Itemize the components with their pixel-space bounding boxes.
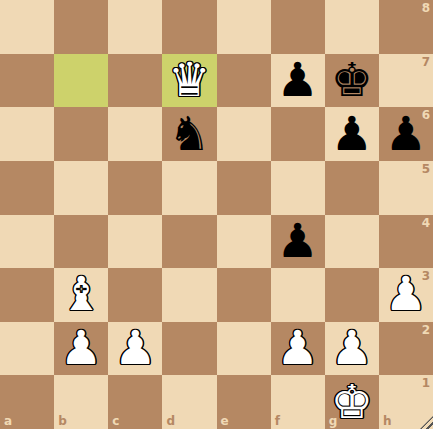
square-d4[interactable] xyxy=(162,215,216,269)
square-e4[interactable] xyxy=(217,215,271,269)
square-g5[interactable] xyxy=(325,161,379,215)
square-f8[interactable] xyxy=(271,0,325,54)
square-f7[interactable]: ♟ xyxy=(271,54,325,108)
square-f3[interactable] xyxy=(271,268,325,322)
square-a3[interactable] xyxy=(0,268,54,322)
square-e2[interactable] xyxy=(217,322,271,376)
square-e1[interactable]: e xyxy=(217,375,271,429)
square-g2[interactable]: ♟ xyxy=(325,322,379,376)
square-f4[interactable]: ♟ xyxy=(271,215,325,269)
square-e8[interactable] xyxy=(217,0,271,54)
square-e5[interactable] xyxy=(217,161,271,215)
piece-white-king[interactable]: ♚ xyxy=(331,378,373,425)
file-label-d: d xyxy=(166,415,175,427)
rank-label-8: 8 xyxy=(422,2,430,14)
square-d6[interactable]: ♞ xyxy=(162,107,216,161)
piece-black-pawn[interactable]: ♟ xyxy=(331,110,373,157)
piece-black-king[interactable]: ♚ xyxy=(331,56,373,103)
square-d2[interactable] xyxy=(162,322,216,376)
square-a4[interactable] xyxy=(0,215,54,269)
square-f6[interactable] xyxy=(271,107,325,161)
square-g4[interactable] xyxy=(325,215,379,269)
square-g1[interactable]: ♚g xyxy=(325,375,379,429)
square-h7[interactable]: 7 xyxy=(379,54,433,108)
rank-label-5: 5 xyxy=(422,163,430,175)
square-b1[interactable]: b xyxy=(54,375,108,429)
square-a8[interactable] xyxy=(0,0,54,54)
square-b8[interactable] xyxy=(54,0,108,54)
square-h8[interactable]: 8 xyxy=(379,0,433,54)
file-label-h: h xyxy=(383,415,392,427)
square-e6[interactable] xyxy=(217,107,271,161)
square-c8[interactable] xyxy=(108,0,162,54)
file-label-e: e xyxy=(221,415,229,427)
square-c1[interactable]: c xyxy=(108,375,162,429)
square-g8[interactable] xyxy=(325,0,379,54)
file-label-f: f xyxy=(275,415,280,427)
square-b3[interactable]: ♝ xyxy=(54,268,108,322)
square-c7[interactable] xyxy=(108,54,162,108)
square-c4[interactable] xyxy=(108,215,162,269)
square-b6[interactable] xyxy=(54,107,108,161)
square-g3[interactable] xyxy=(325,268,379,322)
square-h3[interactable]: ♟3 xyxy=(379,268,433,322)
rank-label-2: 2 xyxy=(422,324,430,336)
file-label-c: c xyxy=(112,415,119,427)
square-a2[interactable] xyxy=(0,322,54,376)
square-a6[interactable] xyxy=(0,107,54,161)
square-h1[interactable]: 1h xyxy=(379,375,433,429)
square-h2[interactable]: 2 xyxy=(379,322,433,376)
square-a5[interactable] xyxy=(0,161,54,215)
square-g6[interactable]: ♟ xyxy=(325,107,379,161)
square-c3[interactable] xyxy=(108,268,162,322)
square-c2[interactable]: ♟ xyxy=(108,322,162,376)
square-b2[interactable]: ♟ xyxy=(54,322,108,376)
piece-white-pawn[interactable]: ♟ xyxy=(385,270,427,317)
square-d8[interactable] xyxy=(162,0,216,54)
square-h5[interactable]: 5 xyxy=(379,161,433,215)
square-d1[interactable]: d xyxy=(162,375,216,429)
square-e7[interactable] xyxy=(217,54,271,108)
square-f5[interactable] xyxy=(271,161,325,215)
square-b7[interactable] xyxy=(54,54,108,108)
square-h6[interactable]: ♟6 xyxy=(379,107,433,161)
piece-black-pawn[interactable]: ♟ xyxy=(277,56,319,103)
square-d3[interactable] xyxy=(162,268,216,322)
square-h4[interactable]: 4 xyxy=(379,215,433,269)
file-label-a: a xyxy=(4,415,12,427)
square-f2[interactable]: ♟ xyxy=(271,322,325,376)
piece-white-pawn[interactable]: ♟ xyxy=(114,324,156,371)
square-e3[interactable] xyxy=(217,268,271,322)
square-a7[interactable] xyxy=(0,54,54,108)
rank-label-4: 4 xyxy=(422,217,430,229)
chess-board: 8♛♟♚7♞♟♟65♟4♝♟3♟♟♟♟2abcdef♚g1h xyxy=(0,0,433,429)
square-d7[interactable]: ♛ xyxy=(162,54,216,108)
piece-white-pawn[interactable]: ♟ xyxy=(277,324,319,371)
piece-white-queen[interactable]: ♛ xyxy=(168,56,210,103)
piece-black-pawn[interactable]: ♟ xyxy=(385,110,427,157)
piece-white-pawn[interactable]: ♟ xyxy=(331,324,373,371)
file-label-b: b xyxy=(58,415,67,427)
square-b5[interactable] xyxy=(54,161,108,215)
square-b4[interactable] xyxy=(54,215,108,269)
piece-black-pawn[interactable]: ♟ xyxy=(277,217,319,264)
square-a1[interactable]: a xyxy=(0,375,54,429)
square-g7[interactable]: ♚ xyxy=(325,54,379,108)
square-d5[interactable] xyxy=(162,161,216,215)
piece-white-pawn[interactable]: ♟ xyxy=(60,324,102,371)
rank-label-7: 7 xyxy=(422,56,430,68)
square-f1[interactable]: f xyxy=(271,375,325,429)
square-c5[interactable] xyxy=(108,161,162,215)
square-c6[interactable] xyxy=(108,107,162,161)
piece-black-knight[interactable]: ♞ xyxy=(168,110,210,157)
piece-white-bishop[interactable]: ♝ xyxy=(60,270,102,317)
rank-label-1: 1 xyxy=(422,377,430,389)
